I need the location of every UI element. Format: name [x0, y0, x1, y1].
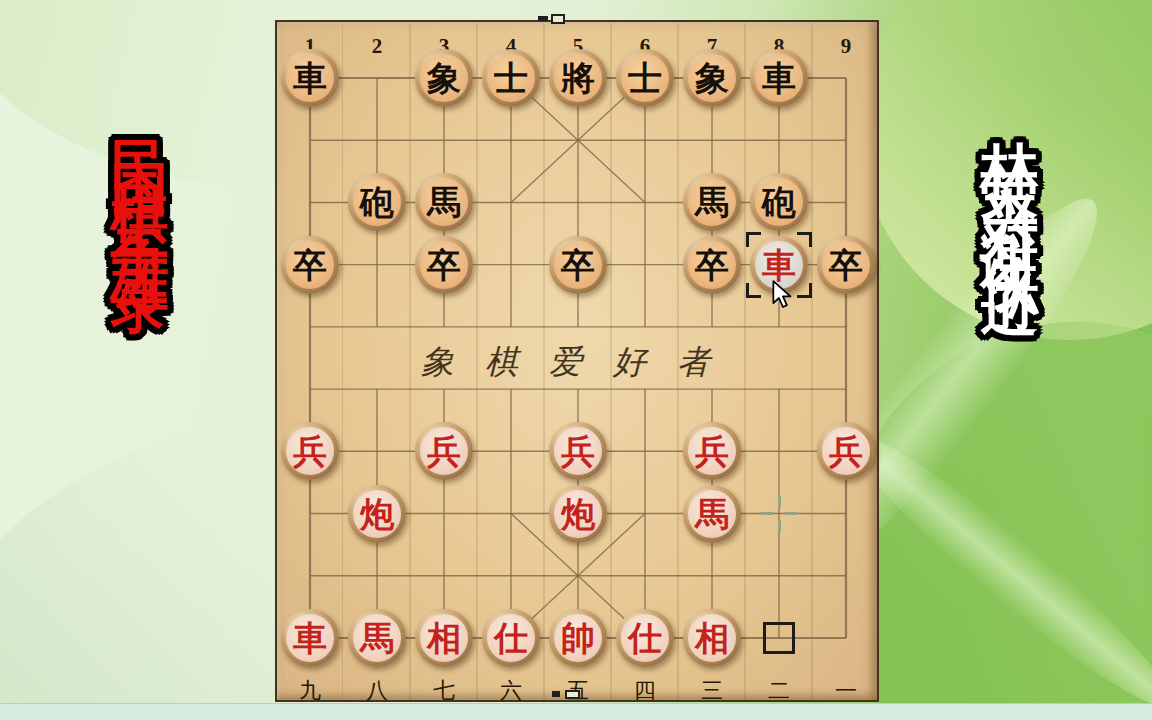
cutoff-ui-fragment: [565, 690, 580, 699]
piece-label: 相: [415, 609, 473, 667]
piece-red-兵[interactable]: 兵: [549, 422, 607, 480]
video-frame: 民国棋王争雄录 林荣兴对谢侠逊 123456789 九八七六五四三二一 象棋爱好…: [0, 0, 1152, 720]
piece-black-車[interactable]: 車: [281, 49, 339, 107]
piece-red-兵[interactable]: 兵: [415, 422, 473, 480]
piece-black-砲[interactable]: 砲: [750, 173, 808, 231]
piece-black-卒[interactable]: 卒: [549, 236, 607, 294]
piece-red-兵[interactable]: 兵: [281, 422, 339, 480]
piece-black-砲[interactable]: 砲: [348, 173, 406, 231]
piece-label: 仕: [616, 609, 674, 667]
piece-red-仕[interactable]: 仕: [482, 609, 540, 667]
piece-label: 兵: [415, 422, 473, 480]
piece-label: 卒: [549, 236, 607, 294]
piece-label: 馬: [683, 485, 741, 543]
left-title: 民国棋王争雄录: [111, 94, 169, 255]
right-title: 林荣兴对谢侠逊: [981, 94, 1039, 255]
piece-red-馬[interactable]: 馬: [348, 609, 406, 667]
piece-red-兵[interactable]: 兵: [817, 422, 875, 480]
piece-label: 馬: [348, 609, 406, 667]
piece-red-兵[interactable]: 兵: [683, 422, 741, 480]
piece-label: 士: [616, 49, 674, 107]
piece-black-象[interactable]: 象: [415, 49, 473, 107]
piece-red-炮[interactable]: 炮: [549, 485, 607, 543]
file-label-bottom-三: 三: [700, 676, 724, 706]
piece-red-車[interactable]: 車: [281, 609, 339, 667]
piece-black-卒[interactable]: 卒: [683, 236, 741, 294]
piece-label: 車: [281, 49, 339, 107]
file-label-top-2: 2: [365, 34, 389, 59]
file-label-top-9: 9: [834, 34, 858, 59]
piece-black-卒[interactable]: 卒: [281, 236, 339, 294]
piece-label: 卒: [683, 236, 741, 294]
piece-label: 兵: [549, 422, 607, 480]
piece-label: 帥: [549, 609, 607, 667]
piece-black-將[interactable]: 將: [549, 49, 607, 107]
piece-black-馬[interactable]: 馬: [683, 173, 741, 231]
piece-label: 仕: [482, 609, 540, 667]
piece-red-馬[interactable]: 馬: [683, 485, 741, 543]
piece-label: 象: [415, 49, 473, 107]
file-label-bottom-二: 二: [767, 676, 791, 706]
piece-red-相[interactable]: 相: [415, 609, 473, 667]
crosshair-marker: [761, 496, 797, 532]
piece-label: 車: [750, 49, 808, 107]
background-leaf-vein: [830, 412, 1152, 720]
piece-label: 卒: [281, 236, 339, 294]
piece-red-相[interactable]: 相: [683, 609, 741, 667]
piece-label: 兵: [817, 422, 875, 480]
cutoff-ui-fragment: [538, 16, 548, 21]
piece-label: 炮: [549, 485, 607, 543]
xiangqi-board[interactable]: 123456789 九八七六五四三二一 象棋爱好者 車象士將士象車砲馬馬砲卒卒卒…: [277, 22, 877, 700]
piece-red-帥[interactable]: 帥: [549, 609, 607, 667]
file-label-bottom-八: 八: [365, 676, 389, 706]
origin-square-marker: [763, 622, 795, 654]
file-label-bottom-九: 九: [298, 676, 322, 706]
piece-label: 車: [281, 609, 339, 667]
file-label-bottom-六: 六: [499, 676, 523, 706]
piece-black-卒[interactable]: 卒: [415, 236, 473, 294]
piece-label: 兵: [281, 422, 339, 480]
piece-label: 馬: [683, 173, 741, 231]
piece-black-士[interactable]: 士: [482, 49, 540, 107]
river-text: 象棋爱好者: [421, 340, 741, 385]
cutoff-ui-fragment: [551, 14, 565, 24]
file-label-bottom-四: 四: [633, 676, 657, 706]
piece-label: 卒: [817, 236, 875, 294]
piece-label: 將: [549, 49, 607, 107]
piece-black-卒[interactable]: 卒: [817, 236, 875, 294]
file-label-bottom-七: 七: [432, 676, 456, 706]
piece-label: 象: [683, 49, 741, 107]
piece-red-炮[interactable]: 炮: [348, 485, 406, 543]
piece-label: 砲: [348, 173, 406, 231]
file-label-bottom-一: 一: [834, 676, 858, 706]
piece-label: 炮: [348, 485, 406, 543]
piece-black-馬[interactable]: 馬: [415, 173, 473, 231]
mouse-cursor: [772, 280, 794, 310]
piece-label: 馬: [415, 173, 473, 231]
piece-label: 卒: [415, 236, 473, 294]
piece-label: 士: [482, 49, 540, 107]
piece-label: 砲: [750, 173, 808, 231]
piece-black-士[interactable]: 士: [616, 49, 674, 107]
piece-black-象[interactable]: 象: [683, 49, 741, 107]
piece-red-仕[interactable]: 仕: [616, 609, 674, 667]
piece-label: 兵: [683, 422, 741, 480]
cutoff-ui-fragment: [552, 691, 560, 697]
piece-black-車[interactable]: 車: [750, 49, 808, 107]
piece-label: 相: [683, 609, 741, 667]
